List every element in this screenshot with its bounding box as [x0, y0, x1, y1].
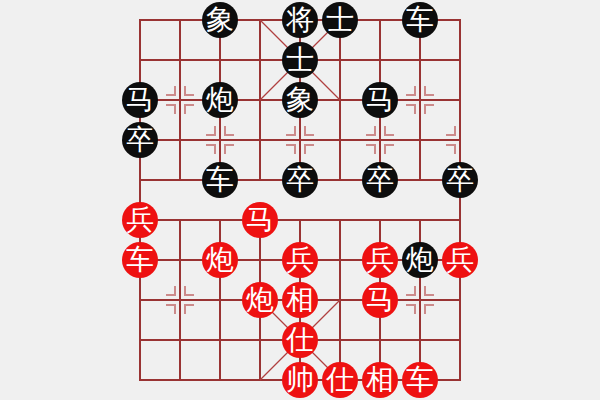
red-soldier[interactable]: 兵 — [122, 202, 158, 238]
red-chariot[interactable]: 车 — [402, 362, 438, 398]
red-soldier[interactable]: 兵 — [282, 242, 318, 278]
red-cannon[interactable]: 炮 — [202, 242, 238, 278]
black-horse[interactable]: 马 — [362, 82, 398, 118]
red-elephant[interactable]: 相 — [362, 362, 398, 398]
black-soldier[interactable]: 卒 — [442, 162, 478, 198]
red-horse[interactable]: 马 — [242, 202, 278, 238]
red-soldier[interactable]: 兵 — [362, 242, 398, 278]
black-soldier[interactable]: 卒 — [122, 122, 158, 158]
red-advisor[interactable]: 仕 — [282, 322, 318, 358]
xiangqi-board[interactable]: 象将士车士马炮象马卒车卒卒卒兵马车炮兵兵炮兵炮相马仕帅仕相车 — [0, 0, 600, 400]
red-general[interactable]: 帅 — [282, 362, 318, 398]
black-advisor[interactable]: 士 — [282, 42, 318, 78]
pieces-layer: 象将士车士马炮象马卒车卒卒卒兵马车炮兵兵炮兵炮相马仕帅仕相车 — [0, 0, 600, 400]
red-cannon[interactable]: 炮 — [242, 282, 278, 318]
black-elephant[interactable]: 象 — [282, 82, 318, 118]
red-advisor[interactable]: 仕 — [322, 362, 358, 398]
black-chariot[interactable]: 车 — [202, 162, 238, 198]
black-horse[interactable]: 马 — [122, 82, 158, 118]
red-horse[interactable]: 马 — [362, 282, 398, 318]
black-advisor[interactable]: 士 — [322, 2, 358, 38]
black-cannon[interactable]: 炮 — [202, 82, 238, 118]
black-soldier[interactable]: 卒 — [282, 162, 318, 198]
red-soldier[interactable]: 兵 — [442, 242, 478, 278]
red-elephant[interactable]: 相 — [282, 282, 318, 318]
black-soldier[interactable]: 卒 — [362, 162, 398, 198]
red-chariot[interactable]: 车 — [122, 242, 158, 278]
black-general[interactable]: 将 — [282, 2, 318, 38]
black-elephant[interactable]: 象 — [202, 2, 238, 38]
black-cannon[interactable]: 炮 — [402, 242, 438, 278]
black-chariot[interactable]: 车 — [402, 2, 438, 38]
